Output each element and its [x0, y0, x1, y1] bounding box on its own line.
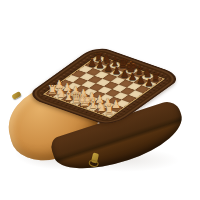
- product-photo-chess-set: ♜♞♝♛♚♝♞♜♟♟♟♟♟♟♟♟♟♟♟♟♟♟♟♟♜♞♝♛♚♝♞♜: [0, 0, 200, 200]
- brass-clasp-left: [11, 91, 21, 100]
- brass-clasp-front: [91, 152, 99, 163]
